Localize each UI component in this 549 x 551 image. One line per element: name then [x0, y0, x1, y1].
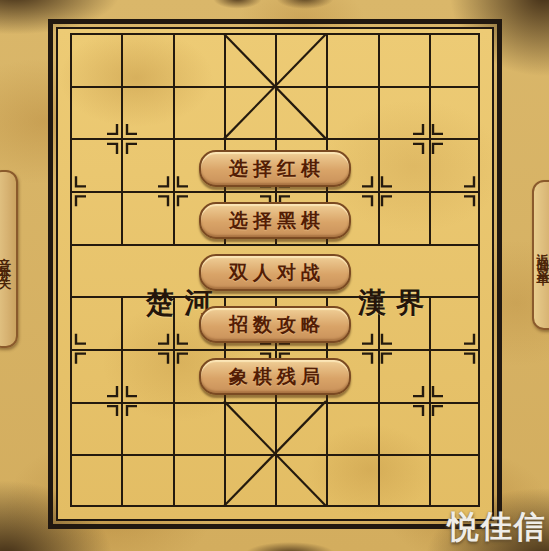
music-toggle-label: 音乐开关: [0, 247, 13, 271]
frame-ornament-top-center: [200, 0, 350, 14]
xiangqi-menu-screen: 楚河 漢界 选择红棋 选择黑棋 双人对战 招数攻略 象棋残局 音乐开关 返回菜单…: [0, 0, 549, 551]
board-cell: [326, 454, 377, 507]
board-cell: [275, 454, 326, 507]
board-cell: [224, 33, 275, 86]
board-cell: [70, 296, 121, 349]
board-cell: [70, 402, 121, 455]
board-cell: [70, 33, 121, 86]
board-cell: [378, 349, 429, 402]
select-red-button[interactable]: 选择红棋: [199, 150, 351, 187]
two-player-button[interactable]: 双人对战: [199, 254, 351, 291]
board-cell: [121, 402, 172, 455]
select-black-button[interactable]: 选择黑棋: [199, 202, 351, 239]
board-cell: [224, 402, 275, 455]
board-cell: [378, 138, 429, 191]
board-cell: [378, 191, 429, 244]
board-cell: [173, 86, 224, 139]
river-label-han: 漢界: [358, 285, 434, 321]
board-cell: [173, 402, 224, 455]
return-menu-tab[interactable]: 返回菜单: [532, 180, 549, 330]
board-cell: [378, 454, 429, 507]
board-cell: [326, 86, 377, 139]
board-cell: [275, 86, 326, 139]
main-menu: 选择红棋 选择黑棋 双人对战 招数攻略 象棋残局: [199, 150, 351, 395]
board-cell: [429, 138, 480, 191]
board-cell: [275, 33, 326, 86]
return-menu-label: 返回菜单: [534, 243, 549, 267]
board-cell: [429, 191, 480, 244]
board-cell: [173, 33, 224, 86]
watermark-text: 悦佳信: [448, 506, 547, 548]
board-cell: [121, 191, 172, 244]
frame-ornament-bottom-center: [215, 536, 365, 551]
board-cell: [224, 86, 275, 139]
board-cell: [121, 138, 172, 191]
board-cell: [378, 33, 429, 86]
board-cell: [121, 33, 172, 86]
board-cell: [429, 296, 480, 349]
board-cell: [429, 33, 480, 86]
board-cell: [429, 349, 480, 402]
board-cell: [70, 454, 121, 507]
board-cell: [378, 402, 429, 455]
strategy-button[interactable]: 招数攻略: [199, 306, 351, 343]
board-cell: [429, 244, 480, 297]
board-cell: [429, 454, 480, 507]
board-cell: [70, 86, 121, 139]
board-cell: [173, 454, 224, 507]
board-cell: [70, 138, 121, 191]
board-cell: [429, 86, 480, 139]
board-cell: [70, 244, 121, 297]
board-cell: [70, 349, 121, 402]
board-cell: [326, 33, 377, 86]
board-cell: [121, 86, 172, 139]
board-cell: [275, 402, 326, 455]
board-cell: [121, 454, 172, 507]
endgame-button[interactable]: 象棋残局: [199, 358, 351, 395]
music-toggle-tab[interactable]: 音乐开关: [0, 170, 18, 348]
board-cell: [429, 402, 480, 455]
board-cell: [70, 191, 121, 244]
board-cell: [224, 454, 275, 507]
board-cell: [121, 349, 172, 402]
board-cell: [378, 86, 429, 139]
board-cell: [326, 402, 377, 455]
